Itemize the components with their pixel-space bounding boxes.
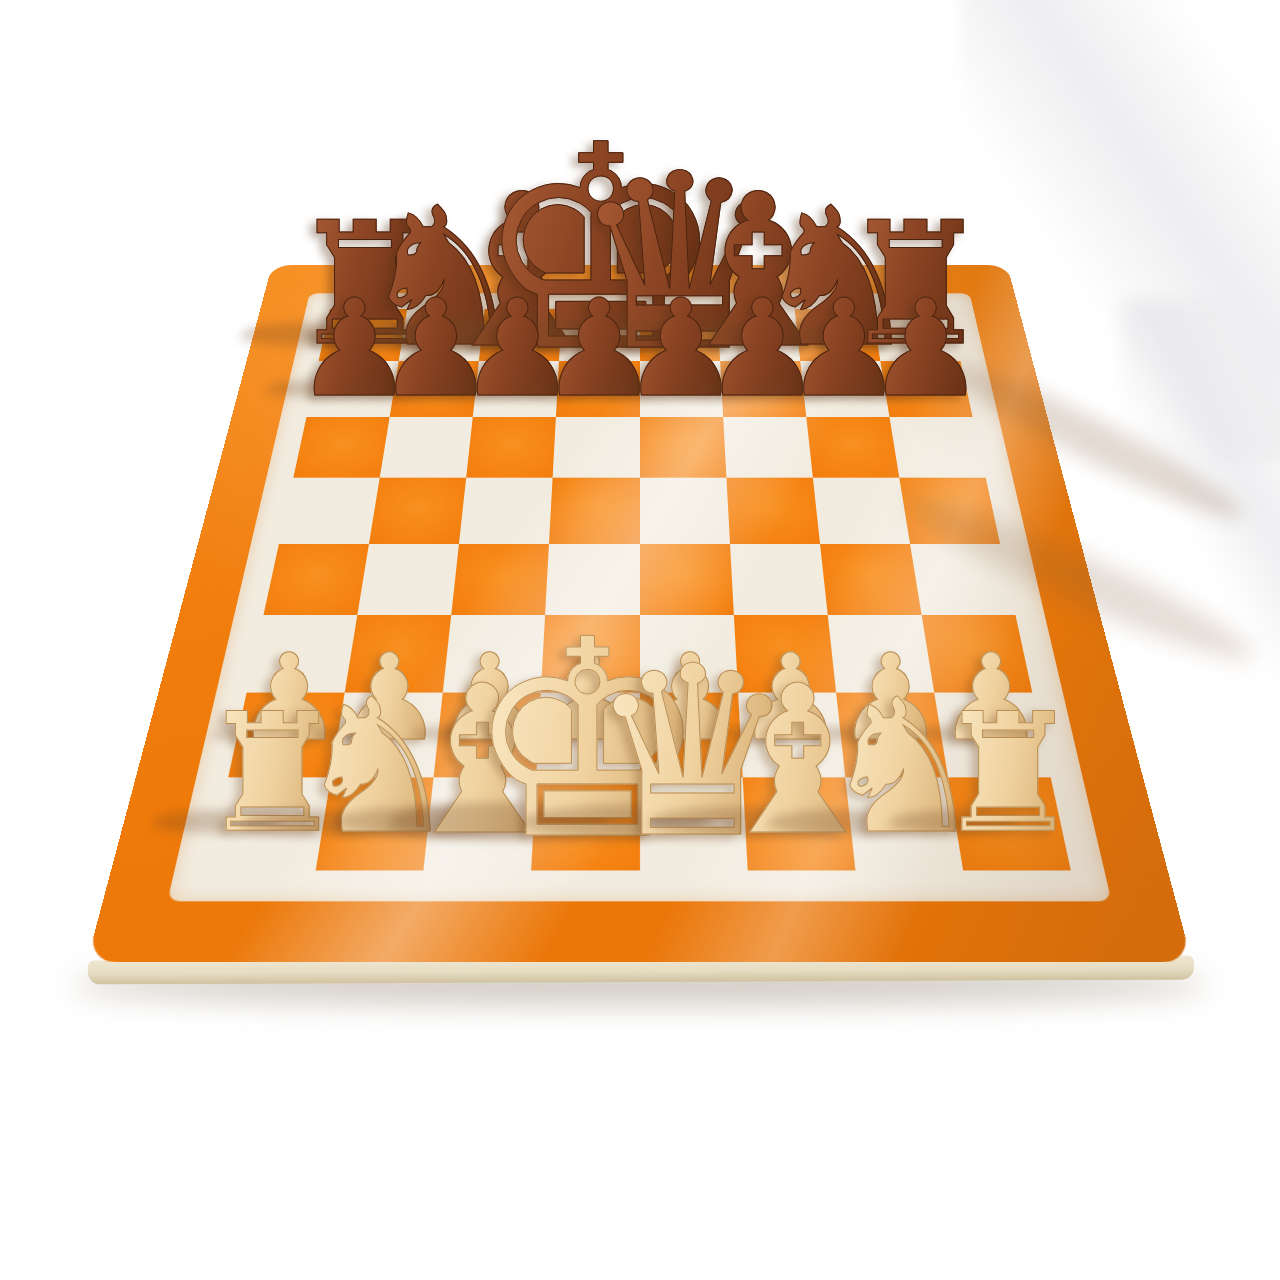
piece-black-pawn-h7[interactable]: ♟ — [859, 282, 993, 416]
square-e5[interactable] — [640, 478, 730, 544]
board-photo: ♜♞♝♚♛♝♞♜♟♟♟♟♟♟♟♟♟♟♟♟♟♟♟♟♜♞♝♚♛♝♞♜ — [0, 0, 1280, 1280]
square-g4[interactable] — [820, 544, 922, 615]
square-f4[interactable] — [730, 544, 828, 615]
square-b5[interactable] — [369, 478, 466, 544]
square-g5[interactable] — [813, 478, 910, 544]
square-h4[interactable] — [910, 544, 1016, 615]
square-f5[interactable] — [726, 478, 820, 544]
square-a4[interactable] — [264, 544, 370, 615]
square-c5[interactable] — [459, 478, 553, 544]
square-d5[interactable] — [549, 478, 639, 544]
square-a5[interactable] — [279, 478, 380, 544]
square-h5[interactable] — [899, 478, 1000, 544]
piece-white-rook-h1[interactable]: ♜ — [926, 692, 1090, 856]
square-b4[interactable] — [358, 544, 460, 615]
